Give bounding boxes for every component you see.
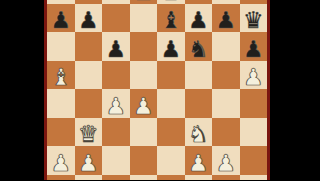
square-e7[interactable]: ♝ <box>157 4 185 33</box>
square-e6[interactable]: ♟ <box>157 32 185 61</box>
square-f3[interactable]: ♞ <box>185 118 213 147</box>
square-b6[interactable] <box>75 32 103 61</box>
thumbnail-stage: ♜♚♟♟♝♟♟♛♟♟♞♟♝♟♟♟♛♞♟♟♟♟ <box>0 0 320 180</box>
square-f6[interactable]: ♞ <box>185 32 213 61</box>
black-pawn[interactable]: ♟ <box>78 7 99 33</box>
square-f2[interactable]: ♟ <box>185 146 213 175</box>
white-pawn[interactable]: ♟ <box>215 150 236 176</box>
square-g7[interactable]: ♟ <box>212 4 240 33</box>
square-e4[interactable] <box>157 89 185 118</box>
square-h6[interactable]: ♟ <box>240 32 268 61</box>
square-f4[interactable] <box>185 89 213 118</box>
letterbox-bar-left <box>0 0 44 180</box>
square-a1[interactable] <box>47 175 75 181</box>
white-knight[interactable]: ♞ <box>188 121 209 147</box>
letterbox-bar-right <box>270 0 320 180</box>
black-pawn[interactable]: ♟ <box>50 7 71 33</box>
black-pawn[interactable]: ♟ <box>215 7 236 33</box>
square-c4[interactable]: ♟ <box>102 89 130 118</box>
square-f1[interactable] <box>185 175 213 181</box>
square-a3[interactable] <box>47 118 75 147</box>
square-b3[interactable]: ♛ <box>75 118 103 147</box>
square-c3[interactable] <box>102 118 130 147</box>
black-queen[interactable]: ♛ <box>243 7 264 33</box>
square-c7[interactable] <box>102 4 130 33</box>
square-e5[interactable] <box>157 61 185 90</box>
square-g2[interactable]: ♟ <box>212 146 240 175</box>
square-e2[interactable] <box>157 146 185 175</box>
square-h5[interactable]: ♟ <box>240 61 268 90</box>
square-f7[interactable]: ♟ <box>185 4 213 33</box>
square-c2[interactable] <box>102 146 130 175</box>
square-h3[interactable] <box>240 118 268 147</box>
square-d6[interactable] <box>130 32 158 61</box>
white-queen[interactable]: ♛ <box>78 121 99 147</box>
square-h1[interactable] <box>240 175 268 181</box>
square-a4[interactable] <box>47 89 75 118</box>
square-d5[interactable] <box>130 61 158 90</box>
square-b5[interactable] <box>75 61 103 90</box>
black-pawn[interactable]: ♟ <box>243 36 264 62</box>
white-pawn[interactable]: ♟ <box>50 150 71 176</box>
square-a5[interactable]: ♝ <box>47 61 75 90</box>
square-d7[interactable] <box>130 4 158 33</box>
square-e1[interactable] <box>157 175 185 181</box>
chess-board-frame: ♜♚♟♟♝♟♟♛♟♟♞♟♝♟♟♟♛♞♟♟♟♟ <box>44 0 270 180</box>
square-g4[interactable] <box>212 89 240 118</box>
black-pawn[interactable]: ♟ <box>105 36 126 62</box>
white-pawn[interactable]: ♟ <box>243 64 264 90</box>
square-a2[interactable]: ♟ <box>47 146 75 175</box>
square-d3[interactable] <box>130 118 158 147</box>
square-h4[interactable] <box>240 89 268 118</box>
square-h7[interactable]: ♛ <box>240 4 268 33</box>
square-g3[interactable] <box>212 118 240 147</box>
white-pawn[interactable]: ♟ <box>78 150 99 176</box>
square-g1[interactable] <box>212 175 240 181</box>
white-pawn[interactable]: ♟ <box>188 150 209 176</box>
square-d2[interactable] <box>130 146 158 175</box>
square-h2[interactable] <box>240 146 268 175</box>
square-c1[interactable] <box>102 175 130 181</box>
black-pawn[interactable]: ♟ <box>160 36 181 62</box>
square-b4[interactable] <box>75 89 103 118</box>
white-pawn[interactable]: ♟ <box>133 93 154 119</box>
square-g5[interactable] <box>212 61 240 90</box>
square-b2[interactable]: ♟ <box>75 146 103 175</box>
square-a6[interactable] <box>47 32 75 61</box>
black-bishop[interactable]: ♝ <box>160 7 181 33</box>
black-pawn[interactable]: ♟ <box>188 7 209 33</box>
square-c5[interactable] <box>102 61 130 90</box>
white-bishop[interactable]: ♝ <box>50 64 71 90</box>
white-pawn[interactable]: ♟ <box>105 93 126 119</box>
square-g6[interactable] <box>212 32 240 61</box>
square-f5[interactable] <box>185 61 213 90</box>
square-d1[interactable] <box>130 175 158 181</box>
chess-board: ♜♚♟♟♝♟♟♛♟♟♞♟♝♟♟♟♛♞♟♟♟♟ <box>47 0 267 180</box>
square-a7[interactable]: ♟ <box>47 4 75 33</box>
square-d4[interactable]: ♟ <box>130 89 158 118</box>
square-c6[interactable]: ♟ <box>102 32 130 61</box>
square-e3[interactable] <box>157 118 185 147</box>
black-knight[interactable]: ♞ <box>188 36 209 62</box>
square-b1[interactable] <box>75 175 103 181</box>
square-b7[interactable]: ♟ <box>75 4 103 33</box>
